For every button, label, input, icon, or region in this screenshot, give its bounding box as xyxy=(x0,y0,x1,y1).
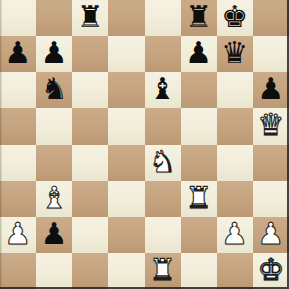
square-a2[interactable]: ♟ xyxy=(0,217,36,253)
piece-black-rook[interactable]: ♜ xyxy=(185,2,212,32)
square-c8[interactable]: ♜ xyxy=(72,0,108,36)
square-f4[interactable] xyxy=(181,145,217,181)
square-f7[interactable]: ♟ xyxy=(181,36,217,72)
square-h3[interactable] xyxy=(253,181,289,217)
chessboard: ♜♜♚♟♟♟♛♞♝♟♛♞♝♜♟♟♟♟♜♚ xyxy=(0,0,289,289)
square-a1[interactable] xyxy=(0,253,36,289)
piece-black-pawn[interactable]: ♟ xyxy=(41,38,68,68)
square-g7[interactable]: ♛ xyxy=(217,36,253,72)
square-a8[interactable] xyxy=(0,0,36,36)
piece-black-knight[interactable]: ♞ xyxy=(41,74,68,104)
piece-white-pawn[interactable]: ♟ xyxy=(257,219,284,249)
square-b2[interactable]: ♟ xyxy=(36,217,72,253)
square-h5[interactable]: ♛ xyxy=(253,108,289,144)
piece-black-pawn[interactable]: ♟ xyxy=(185,38,212,68)
square-d7[interactable] xyxy=(108,36,144,72)
piece-black-bishop[interactable]: ♝ xyxy=(149,74,176,104)
square-e1[interactable]: ♜ xyxy=(145,253,181,289)
square-g6[interactable] xyxy=(217,72,253,108)
square-c4[interactable] xyxy=(72,145,108,181)
square-b1[interactable] xyxy=(36,253,72,289)
square-e2[interactable] xyxy=(145,217,181,253)
piece-black-pawn[interactable]: ♟ xyxy=(5,38,32,68)
square-h4[interactable] xyxy=(253,145,289,181)
square-h7[interactable] xyxy=(253,36,289,72)
square-e6[interactable]: ♝ xyxy=(145,72,181,108)
square-d4[interactable] xyxy=(108,145,144,181)
square-b3[interactable]: ♝ xyxy=(36,181,72,217)
square-d8[interactable] xyxy=(108,0,144,36)
square-f6[interactable] xyxy=(181,72,217,108)
square-a3[interactable] xyxy=(0,181,36,217)
piece-white-queen[interactable]: ♛ xyxy=(257,110,284,140)
square-c3[interactable] xyxy=(72,181,108,217)
square-g3[interactable] xyxy=(217,181,253,217)
piece-black-pawn[interactable]: ♟ xyxy=(41,219,68,249)
square-h8[interactable] xyxy=(253,0,289,36)
square-f3[interactable]: ♜ xyxy=(181,181,217,217)
square-a7[interactable]: ♟ xyxy=(0,36,36,72)
piece-white-pawn[interactable]: ♟ xyxy=(5,219,32,249)
square-b5[interactable] xyxy=(36,108,72,144)
square-c1[interactable] xyxy=(72,253,108,289)
piece-black-queen[interactable]: ♛ xyxy=(221,38,248,68)
square-b7[interactable]: ♟ xyxy=(36,36,72,72)
square-g8[interactable]: ♚ xyxy=(217,0,253,36)
piece-white-pawn[interactable]: ♟ xyxy=(221,219,248,249)
square-e3[interactable] xyxy=(145,181,181,217)
square-h2[interactable]: ♟ xyxy=(253,217,289,253)
chessboard-frame: ♜♜♚♟♟♟♛♞♝♟♛♞♝♜♟♟♟♟♜♚ xyxy=(0,0,289,289)
square-f8[interactable]: ♜ xyxy=(181,0,217,36)
square-e7[interactable] xyxy=(145,36,181,72)
square-h1[interactable]: ♚ xyxy=(253,253,289,289)
square-g2[interactable]: ♟ xyxy=(217,217,253,253)
piece-black-rook[interactable]: ♜ xyxy=(77,2,104,32)
square-d3[interactable] xyxy=(108,181,144,217)
piece-black-pawn[interactable]: ♟ xyxy=(257,74,284,104)
square-c7[interactable] xyxy=(72,36,108,72)
square-h6[interactable]: ♟ xyxy=(253,72,289,108)
piece-white-rook[interactable]: ♜ xyxy=(149,255,176,285)
square-e5[interactable] xyxy=(145,108,181,144)
square-e8[interactable] xyxy=(145,0,181,36)
square-f2[interactable] xyxy=(181,217,217,253)
square-a6[interactable] xyxy=(0,72,36,108)
square-b4[interactable] xyxy=(36,145,72,181)
square-d2[interactable] xyxy=(108,217,144,253)
square-e4[interactable]: ♞ xyxy=(145,145,181,181)
square-b6[interactable]: ♞ xyxy=(36,72,72,108)
piece-white-king[interactable]: ♚ xyxy=(257,255,284,285)
square-c5[interactable] xyxy=(72,108,108,144)
piece-white-rook[interactable]: ♜ xyxy=(185,183,212,213)
square-d6[interactable] xyxy=(108,72,144,108)
square-c6[interactable] xyxy=(72,72,108,108)
square-g5[interactable] xyxy=(217,108,253,144)
square-f5[interactable] xyxy=(181,108,217,144)
square-b8[interactable] xyxy=(36,0,72,36)
piece-white-bishop[interactable]: ♝ xyxy=(41,183,68,213)
square-g4[interactable] xyxy=(217,145,253,181)
square-g1[interactable] xyxy=(217,253,253,289)
square-f1[interactable] xyxy=(181,253,217,289)
piece-white-knight[interactable]: ♞ xyxy=(149,147,176,177)
square-c2[interactable] xyxy=(72,217,108,253)
square-a5[interactable] xyxy=(0,108,36,144)
square-d5[interactable] xyxy=(108,108,144,144)
square-d1[interactable] xyxy=(108,253,144,289)
square-a4[interactable] xyxy=(0,145,36,181)
piece-black-king[interactable]: ♚ xyxy=(221,2,248,32)
